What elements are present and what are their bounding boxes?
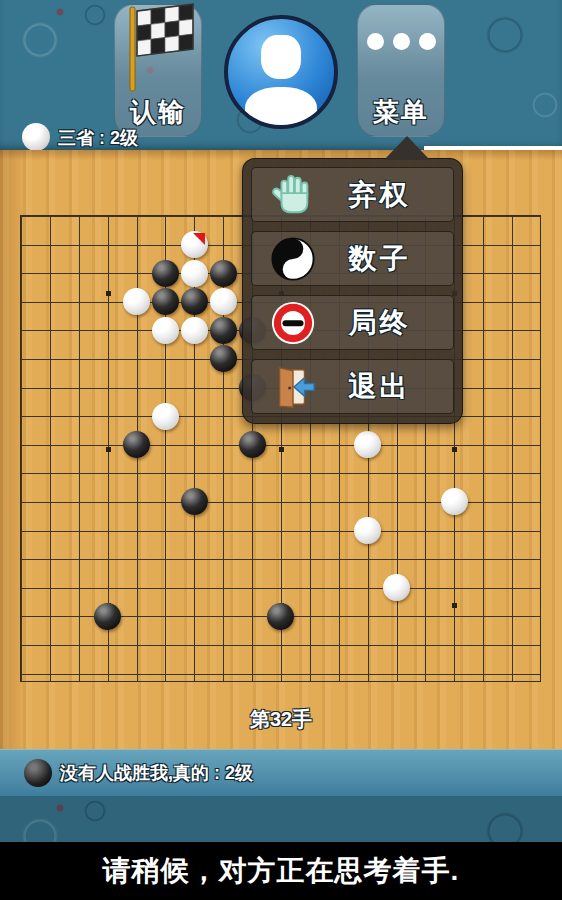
board-intersection[interactable] — [180, 488, 209, 517]
board-intersection[interactable] — [469, 316, 498, 345]
board-intersection[interactable] — [469, 631, 498, 660]
board-intersection[interactable] — [469, 287, 498, 316]
board-intersection[interactable] — [526, 202, 555, 231]
board-intersection[interactable] — [180, 430, 209, 459]
board-intersection[interactable] — [353, 430, 382, 459]
board-intersection[interactable] — [469, 402, 498, 431]
board-intersection[interactable] — [180, 202, 209, 231]
menu-item-exit-label: 退出 — [316, 368, 443, 406]
board-intersection[interactable] — [526, 545, 555, 574]
yin-yang-icon — [270, 236, 316, 282]
board-intersection[interactable] — [353, 631, 382, 660]
board-intersection[interactable] — [238, 573, 267, 602]
board-intersection[interactable] — [411, 459, 440, 488]
board-intersection[interactable] — [469, 516, 498, 545]
board-intersection[interactable] — [526, 459, 555, 488]
board-intersection[interactable] — [151, 488, 180, 517]
board-intersection[interactable] — [382, 573, 411, 602]
board-intersection[interactable] — [266, 602, 295, 631]
board-intersection[interactable] — [151, 631, 180, 660]
board-intersection[interactable] — [151, 202, 180, 231]
exit-door-icon — [270, 364, 316, 410]
board-intersection[interactable] — [64, 316, 93, 345]
board-intersection[interactable] — [209, 631, 238, 660]
hand-icon — [270, 172, 316, 218]
board-intersection[interactable] — [64, 573, 93, 602]
board-intersection[interactable] — [497, 573, 526, 602]
board-intersection[interactable] — [151, 659, 180, 688]
board-intersection[interactable] — [497, 659, 526, 688]
board-intersection[interactable] — [122, 402, 151, 431]
board-intersection[interactable] — [209, 402, 238, 431]
board-intersection[interactable] — [93, 402, 122, 431]
board-intersection[interactable] — [238, 631, 267, 660]
board-intersection[interactable] — [151, 430, 180, 459]
board-intersection[interactable] — [35, 488, 64, 517]
board-intersection[interactable] — [180, 602, 209, 631]
menu-item-count[interactable]: 数子 — [251, 231, 454, 286]
board-intersection[interactable] — [209, 602, 238, 631]
board-intersection[interactable] — [238, 430, 267, 459]
white-stone — [354, 517, 381, 544]
board-intersection[interactable] — [266, 573, 295, 602]
board-intersection[interactable] — [35, 373, 64, 402]
board-intersection[interactable] — [93, 488, 122, 517]
board-intersection[interactable] — [469, 202, 498, 231]
board-intersection[interactable] — [35, 202, 64, 231]
black-stone — [210, 317, 237, 344]
board-intersection[interactable] — [122, 202, 151, 231]
board-intersection[interactable] — [440, 545, 469, 574]
board-intersection[interactable] — [497, 373, 526, 402]
white-stone — [181, 231, 208, 258]
board-intersection[interactable] — [440, 631, 469, 660]
board-intersection[interactable] — [151, 402, 180, 431]
board-intersection[interactable] — [64, 488, 93, 517]
board-intersection[interactable] — [411, 545, 440, 574]
board-intersection[interactable] — [266, 430, 295, 459]
board-intersection[interactable] — [122, 516, 151, 545]
board-intersection[interactable] — [469, 230, 498, 259]
board-intersection[interactable] — [7, 430, 36, 459]
board-intersection[interactable] — [93, 345, 122, 374]
black-stone — [210, 345, 237, 372]
board-intersection[interactable] — [411, 631, 440, 660]
board-intersection[interactable] — [7, 316, 36, 345]
board-intersection[interactable] — [180, 516, 209, 545]
menu-item-pass-label: 弃权 — [316, 176, 443, 214]
board-intersection[interactable] — [209, 573, 238, 602]
board-intersection[interactable] — [353, 659, 382, 688]
black-stone — [210, 260, 237, 287]
board-intersection[interactable] — [35, 230, 64, 259]
board-intersection[interactable] — [64, 631, 93, 660]
board-intersection[interactable] — [122, 345, 151, 374]
board-intersection[interactable] — [93, 230, 122, 259]
board-intersection[interactable] — [209, 373, 238, 402]
board-intersection[interactable] — [497, 259, 526, 288]
board-intersection[interactable] — [7, 402, 36, 431]
board-intersection[interactable] — [238, 602, 267, 631]
board-intersection[interactable] — [35, 573, 64, 602]
board-intersection[interactable] — [526, 602, 555, 631]
board-intersection[interactable] — [382, 631, 411, 660]
board-intersection[interactable] — [64, 345, 93, 374]
board-intersection[interactable] — [497, 488, 526, 517]
board-intersection[interactable] — [209, 545, 238, 574]
board-intersection[interactable] — [295, 631, 324, 660]
board-intersection[interactable] — [324, 573, 353, 602]
board-intersection[interactable] — [526, 373, 555, 402]
board-intersection[interactable] — [35, 545, 64, 574]
board-intersection[interactable] — [324, 659, 353, 688]
board-intersection[interactable] — [122, 602, 151, 631]
board-intersection[interactable] — [209, 488, 238, 517]
board-intersection[interactable] — [526, 488, 555, 517]
board-intersection[interactable] — [411, 602, 440, 631]
board-intersection[interactable] — [238, 516, 267, 545]
board-intersection[interactable] — [324, 545, 353, 574]
board-intersection[interactable] — [469, 488, 498, 517]
board-intersection[interactable] — [526, 402, 555, 431]
board-intersection[interactable] — [209, 287, 238, 316]
board-intersection[interactable] — [35, 659, 64, 688]
board-intersection[interactable] — [382, 602, 411, 631]
board-intersection[interactable] — [7, 259, 36, 288]
board-intersection[interactable] — [122, 287, 151, 316]
board-intersection[interactable] — [180, 659, 209, 688]
board-intersection[interactable] — [64, 459, 93, 488]
board-intersection[interactable] — [35, 602, 64, 631]
board-intersection[interactable] — [382, 545, 411, 574]
player-bar: 没有人战胜我,真的 : 2级 — [0, 749, 562, 796]
board-intersection[interactable] — [353, 573, 382, 602]
board-intersection[interactable] — [266, 488, 295, 517]
board-intersection[interactable] — [7, 573, 36, 602]
menu-item-end-game-label: 局终 — [316, 304, 443, 342]
go-app-screen: 认输 菜单 三省 : 2级 第32手 — [0, 0, 562, 900]
board-intersection[interactable] — [469, 545, 498, 574]
board-intersection[interactable] — [295, 430, 324, 459]
board-intersection[interactable] — [180, 573, 209, 602]
board-intersection[interactable] — [469, 659, 498, 688]
board-intersection[interactable] — [93, 573, 122, 602]
board-intersection[interactable] — [7, 345, 36, 374]
board-intersection[interactable] — [411, 573, 440, 602]
board-intersection[interactable] — [295, 459, 324, 488]
black-stone — [123, 431, 150, 458]
board-intersection[interactable] — [324, 516, 353, 545]
board-intersection[interactable] — [151, 516, 180, 545]
board-intersection[interactable] — [122, 459, 151, 488]
board-intersection[interactable] — [151, 259, 180, 288]
menu-button-label: 菜单 — [373, 95, 429, 130]
board-intersection[interactable] — [93, 259, 122, 288]
board-intersection[interactable] — [180, 373, 209, 402]
board-intersection[interactable] — [469, 430, 498, 459]
board-intersection[interactable] — [93, 659, 122, 688]
board-intersection[interactable] — [93, 202, 122, 231]
board-intersection[interactable] — [122, 488, 151, 517]
board-intersection[interactable] — [497, 602, 526, 631]
board-intersection[interactable] — [64, 373, 93, 402]
white-stone — [354, 431, 381, 458]
board-intersection[interactable] — [469, 459, 498, 488]
board-intersection[interactable] — [64, 659, 93, 688]
white-stone — [210, 288, 237, 315]
board-intersection[interactable] — [93, 631, 122, 660]
board-intersection[interactable] — [295, 659, 324, 688]
board-intersection[interactable] — [151, 287, 180, 316]
board-intersection[interactable] — [93, 602, 122, 631]
board-intersection[interactable] — [64, 430, 93, 459]
board-intersection[interactable] — [35, 402, 64, 431]
menu-item-count-label: 数子 — [316, 240, 443, 278]
board-intersection[interactable] — [526, 259, 555, 288]
board-intersection[interactable] — [93, 287, 122, 316]
board-intersection[interactable] — [209, 459, 238, 488]
board-intersection[interactable] — [209, 202, 238, 231]
board-intersection[interactable] — [7, 602, 36, 631]
board-intersection[interactable] — [93, 373, 122, 402]
board-intersection[interactable] — [266, 545, 295, 574]
board-intersection[interactable] — [266, 516, 295, 545]
board-intersection[interactable] — [7, 459, 36, 488]
board-intersection[interactable] — [35, 631, 64, 660]
board-intersection[interactable] — [266, 459, 295, 488]
board-intersection[interactable] — [151, 316, 180, 345]
board-intersection[interactable] — [209, 516, 238, 545]
board-intersection[interactable] — [64, 516, 93, 545]
board-intersection[interactable] — [469, 345, 498, 374]
board-intersection[interactable] — [497, 459, 526, 488]
white-stone — [123, 288, 150, 315]
board-intersection[interactable] — [122, 316, 151, 345]
board-intersection[interactable] — [64, 202, 93, 231]
board-intersection[interactable] — [35, 259, 64, 288]
board-intersection[interactable] — [7, 545, 36, 574]
board-intersection[interactable] — [7, 631, 36, 660]
board-intersection[interactable] — [353, 459, 382, 488]
menu-button[interactable]: 菜单 — [357, 4, 445, 137]
board-intersection[interactable] — [93, 430, 122, 459]
board-intersection[interactable] — [7, 230, 36, 259]
board-intersection[interactable] — [209, 345, 238, 374]
board-intersection[interactable] — [122, 573, 151, 602]
board-intersection[interactable] — [238, 659, 267, 688]
board-intersection[interactable] — [497, 202, 526, 231]
board-intersection[interactable] — [382, 459, 411, 488]
menu-item-exit[interactable]: 退出 — [251, 359, 454, 414]
board-intersection[interactable] — [469, 259, 498, 288]
board-intersection[interactable] — [411, 430, 440, 459]
black-stone — [94, 603, 121, 630]
board-intersection[interactable] — [469, 573, 498, 602]
board-intersection[interactable] — [526, 516, 555, 545]
board-intersection[interactable] — [35, 287, 64, 316]
board-intersection[interactable] — [382, 488, 411, 517]
white-stone — [152, 317, 179, 344]
board-intersection[interactable] — [497, 230, 526, 259]
board-intersection[interactable] — [180, 459, 209, 488]
board-intersection[interactable] — [411, 659, 440, 688]
board-intersection[interactable] — [324, 602, 353, 631]
board-intersection[interactable] — [180, 230, 209, 259]
last-move-mark — [193, 233, 205, 245]
board-intersection[interactable] — [93, 545, 122, 574]
board-intersection[interactable] — [440, 430, 469, 459]
board-intersection[interactable] — [526, 287, 555, 316]
board-intersection[interactable] — [497, 287, 526, 316]
board-intersection[interactable] — [238, 545, 267, 574]
black-stone — [181, 488, 208, 515]
resign-button[interactable]: 认输 — [114, 4, 202, 137]
board-intersection[interactable] — [411, 516, 440, 545]
board-intersection[interactable] — [526, 631, 555, 660]
board-intersection[interactable] — [497, 345, 526, 374]
board-intersection[interactable] — [440, 516, 469, 545]
board-intersection[interactable] — [64, 602, 93, 631]
board-intersection[interactable] — [151, 345, 180, 374]
board-intersection[interactable] — [382, 659, 411, 688]
board-intersection[interactable] — [209, 659, 238, 688]
board-intersection[interactable] — [324, 459, 353, 488]
board-intersection[interactable] — [497, 631, 526, 660]
opponent-avatar[interactable] — [224, 15, 338, 129]
wallpaper-band — [0, 796, 562, 842]
board-intersection[interactable] — [353, 488, 382, 517]
board-intersection[interactable] — [497, 316, 526, 345]
board-intersection[interactable] — [440, 573, 469, 602]
board-intersection[interactable] — [64, 230, 93, 259]
board-intersection[interactable] — [440, 659, 469, 688]
board-intersection[interactable] — [497, 402, 526, 431]
black-stone — [152, 288, 179, 315]
board-intersection[interactable] — [526, 659, 555, 688]
board-intersection[interactable] — [151, 459, 180, 488]
player-name-rank: 没有人战胜我,真的 : 2级 — [60, 761, 253, 785]
board-intersection[interactable] — [151, 545, 180, 574]
board-intersection[interactable] — [382, 430, 411, 459]
board-intersection[interactable] — [497, 430, 526, 459]
board-intersection[interactable] — [151, 373, 180, 402]
board-intersection[interactable] — [7, 202, 36, 231]
menu-item-end-game[interactable]: 局终 — [251, 295, 454, 350]
board-intersection[interactable] — [209, 230, 238, 259]
board-intersection[interactable] — [93, 516, 122, 545]
board-intersection[interactable] — [238, 488, 267, 517]
white-stone — [441, 488, 468, 515]
board-intersection[interactable] — [469, 602, 498, 631]
board-intersection[interactable] — [93, 459, 122, 488]
board-intersection[interactable] — [295, 516, 324, 545]
board-intersection[interactable] — [151, 573, 180, 602]
board-intersection[interactable] — [526, 345, 555, 374]
board-intersection[interactable] — [7, 488, 36, 517]
board-intersection[interactable] — [382, 516, 411, 545]
board-intersection[interactable] — [526, 573, 555, 602]
board-intersection[interactable] — [7, 659, 36, 688]
board-intersection[interactable] — [295, 602, 324, 631]
board-intersection[interactable] — [122, 545, 151, 574]
board-intersection[interactable] — [209, 430, 238, 459]
board-intersection[interactable] — [411, 488, 440, 517]
board-intersection[interactable] — [238, 459, 267, 488]
board-intersection[interactable] — [526, 316, 555, 345]
board-intersection[interactable] — [180, 545, 209, 574]
popup-menu: 弃权 数子 — [242, 158, 463, 424]
board-intersection[interactable] — [180, 259, 209, 288]
board-intersection[interactable] — [497, 516, 526, 545]
menu-item-pass[interactable]: 弃权 — [251, 167, 454, 222]
board-intersection[interactable] — [151, 230, 180, 259]
board-intersection[interactable] — [180, 631, 209, 660]
board-intersection[interactable] — [93, 316, 122, 345]
board-intersection[interactable] — [122, 430, 151, 459]
board-intersection[interactable] — [35, 316, 64, 345]
board-intersection[interactable] — [266, 631, 295, 660]
board-intersection[interactable] — [122, 659, 151, 688]
board-intersection[interactable] — [122, 631, 151, 660]
board-intersection[interactable] — [469, 373, 498, 402]
board-intersection[interactable] — [440, 602, 469, 631]
board-intersection[interactable] — [440, 459, 469, 488]
board-intersection[interactable] — [266, 659, 295, 688]
board-intersection[interactable] — [295, 545, 324, 574]
board-intersection[interactable] — [209, 316, 238, 345]
board-intersection[interactable] — [324, 631, 353, 660]
board-intersection[interactable] — [440, 488, 469, 517]
resign-button-label: 认输 — [130, 95, 186, 130]
board-intersection[interactable] — [64, 545, 93, 574]
board-intersection[interactable] — [64, 402, 93, 431]
board-intersection[interactable] — [324, 430, 353, 459]
board-intersection[interactable] — [180, 316, 209, 345]
board-intersection[interactable] — [295, 573, 324, 602]
board-intersection[interactable] — [526, 230, 555, 259]
board-intersection[interactable] — [180, 402, 209, 431]
board-intersection[interactable] — [497, 545, 526, 574]
board-intersection[interactable] — [35, 459, 64, 488]
board-intersection[interactable] — [35, 516, 64, 545]
board-intersection[interactable] — [7, 516, 36, 545]
menu-tab-indicator — [424, 146, 562, 150]
board-intersection[interactable] — [35, 430, 64, 459]
board-intersection[interactable] — [353, 602, 382, 631]
board-intersection[interactable] — [209, 259, 238, 288]
board-intersection[interactable] — [7, 287, 36, 316]
board-intersection[interactable] — [64, 287, 93, 316]
board-intersection[interactable] — [295, 488, 324, 517]
board-intersection[interactable] — [353, 545, 382, 574]
black-stone — [181, 288, 208, 315]
board-intersection[interactable] — [7, 373, 36, 402]
white-stone — [181, 317, 208, 344]
board-intersection[interactable] — [180, 345, 209, 374]
board-intersection[interactable] — [151, 602, 180, 631]
board-intersection[interactable] — [122, 230, 151, 259]
board-intersection[interactable] — [64, 259, 93, 288]
board-intersection[interactable] — [180, 287, 209, 316]
person-icon — [261, 35, 301, 79]
board-intersection[interactable] — [35, 345, 64, 374]
status-bar: 请稍候，对方正在思考着手. — [0, 842, 562, 900]
board-intersection[interactable] — [526, 430, 555, 459]
board-intersection[interactable] — [324, 488, 353, 517]
board-intersection[interactable] — [122, 373, 151, 402]
board-intersection[interactable] — [122, 259, 151, 288]
board-intersection[interactable] — [353, 516, 382, 545]
